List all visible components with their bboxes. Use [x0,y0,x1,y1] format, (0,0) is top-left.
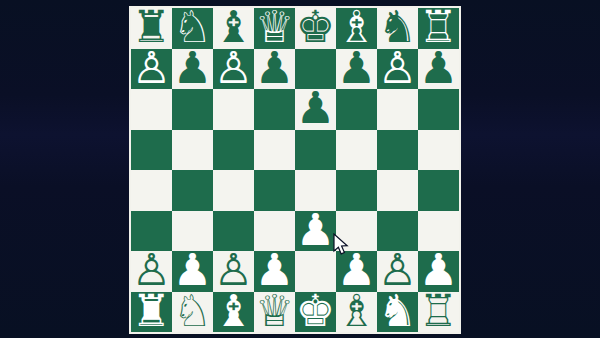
square-f8[interactable]: ♗ [336,8,377,49]
piece-white-knight[interactable]: ♞ [378,292,417,333]
piece-black-queen[interactable]: ♕ [255,8,294,49]
square-d8[interactable]: ♕ [254,8,295,49]
piece-black-rook[interactable]: ♜ [132,8,171,49]
square-f1[interactable]: ♗ [336,292,377,333]
square-h6[interactable] [418,89,459,130]
square-d5[interactable] [254,130,295,171]
square-f6[interactable] [336,89,377,130]
square-e7[interactable] [295,49,336,90]
square-h3[interactable] [418,211,459,252]
piece-black-bishop[interactable]: ♝ [214,8,253,49]
square-a3[interactable] [131,211,172,252]
chess-board: ♜♘♝♕♚♗♞♖♙♟♙♟♟♙♟♟♟♙♟♙♟♟♙♟♜♘♝♕♚♗♞♖ [129,6,461,334]
piece-white-rook[interactable]: ♖ [419,292,458,333]
piece-black-pawn[interactable]: ♟ [296,89,335,130]
square-c3[interactable] [213,211,254,252]
piece-black-king[interactable]: ♚ [296,8,335,49]
square-h7[interactable]: ♟ [418,49,459,90]
square-a5[interactable] [131,130,172,171]
piece-white-king[interactable]: ♚ [296,292,335,333]
square-e5[interactable] [295,130,336,171]
piece-white-pawn[interactable]: ♟ [337,251,376,292]
piece-white-pawn[interactable]: ♙ [132,251,171,292]
piece-white-pawn[interactable]: ♟ [255,251,294,292]
piece-white-pawn[interactable]: ♟ [419,251,458,292]
square-b6[interactable] [172,89,213,130]
piece-white-bishop[interactable]: ♗ [337,292,376,333]
square-a8[interactable]: ♜ [131,8,172,49]
square-c8[interactable]: ♝ [213,8,254,49]
square-a4[interactable] [131,170,172,211]
square-d4[interactable] [254,170,295,211]
square-d7[interactable]: ♟ [254,49,295,90]
square-b4[interactable] [172,170,213,211]
square-h5[interactable] [418,130,459,171]
piece-black-pawn[interactable]: ♙ [378,49,417,90]
square-e1[interactable]: ♚ [295,292,336,333]
square-a2[interactable]: ♙ [131,251,172,292]
square-h4[interactable] [418,170,459,211]
piece-black-bishop[interactable]: ♗ [337,8,376,49]
square-g6[interactable] [377,89,418,130]
square-f3[interactable] [336,211,377,252]
square-h1[interactable]: ♖ [418,292,459,333]
square-c6[interactable] [213,89,254,130]
square-e4[interactable] [295,170,336,211]
square-a1[interactable]: ♜ [131,292,172,333]
chess-app-window: ♜♘♝♕♚♗♞♖♙♟♙♟♟♙♟♟♟♙♟♙♟♟♙♟♜♘♝♕♚♗♞♖ [0,0,600,338]
square-b1[interactable]: ♘ [172,292,213,333]
square-e2[interactable] [295,251,336,292]
square-b8[interactable]: ♘ [172,8,213,49]
square-g1[interactable]: ♞ [377,292,418,333]
piece-black-pawn[interactable]: ♙ [214,49,253,90]
square-h8[interactable]: ♖ [418,8,459,49]
square-d1[interactable]: ♕ [254,292,295,333]
square-c2[interactable]: ♙ [213,251,254,292]
square-c1[interactable]: ♝ [213,292,254,333]
square-d2[interactable]: ♟ [254,251,295,292]
piece-black-pawn[interactable]: ♟ [255,49,294,90]
piece-white-pawn[interactable]: ♙ [214,251,253,292]
square-a7[interactable]: ♙ [131,49,172,90]
square-g4[interactable] [377,170,418,211]
piece-black-pawn[interactable]: ♟ [173,49,212,90]
piece-white-pawn[interactable]: ♙ [378,251,417,292]
square-f5[interactable] [336,130,377,171]
piece-black-pawn[interactable]: ♙ [132,49,171,90]
square-b7[interactable]: ♟ [172,49,213,90]
piece-black-pawn[interactable]: ♟ [419,49,458,90]
piece-black-knight[interactable]: ♞ [378,8,417,49]
piece-black-rook[interactable]: ♖ [419,8,458,49]
square-c5[interactable] [213,130,254,171]
square-b2[interactable]: ♟ [172,251,213,292]
square-g3[interactable] [377,211,418,252]
piece-black-pawn[interactable]: ♟ [337,49,376,90]
square-d6[interactable] [254,89,295,130]
piece-white-pawn[interactable]: ♟ [173,251,212,292]
square-h2[interactable]: ♟ [418,251,459,292]
square-g8[interactable]: ♞ [377,8,418,49]
piece-black-knight[interactable]: ♘ [173,8,212,49]
piece-white-knight[interactable]: ♘ [173,292,212,333]
square-c7[interactable]: ♙ [213,49,254,90]
piece-white-rook[interactable]: ♜ [132,292,171,333]
piece-white-queen[interactable]: ♕ [255,292,294,333]
square-b5[interactable] [172,130,213,171]
square-f4[interactable] [336,170,377,211]
square-e3[interactable]: ♟ [295,211,336,252]
piece-white-pawn[interactable]: ♟ [296,211,335,252]
square-g7[interactable]: ♙ [377,49,418,90]
square-f2[interactable]: ♟ [336,251,377,292]
square-c4[interactable] [213,170,254,211]
square-g5[interactable] [377,130,418,171]
square-g2[interactable]: ♙ [377,251,418,292]
square-d3[interactable] [254,211,295,252]
square-e6[interactable]: ♟ [295,89,336,130]
square-b3[interactable] [172,211,213,252]
square-e8[interactable]: ♚ [295,8,336,49]
square-a6[interactable] [131,89,172,130]
piece-white-bishop[interactable]: ♝ [214,292,253,333]
square-f7[interactable]: ♟ [336,49,377,90]
